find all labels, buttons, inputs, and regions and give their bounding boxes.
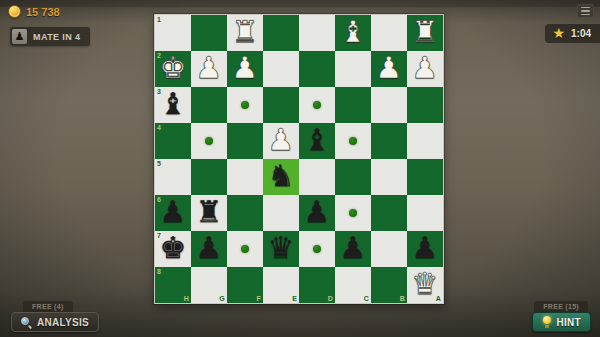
white-queen: ♛ (412, 266, 439, 302)
file-label-b: B (400, 295, 405, 302)
square-f2[interactable]: ♟ (227, 51, 263, 87)
square-e3[interactable] (263, 87, 299, 123)
square-b7[interactable] (371, 231, 407, 267)
square-f7[interactable] (227, 231, 263, 267)
rank-label-3: 3 (157, 88, 161, 95)
analysis-button[interactable]: ANALYSIS (11, 312, 99, 332)
square-a3[interactable] (407, 87, 443, 123)
coin-icon (8, 5, 21, 18)
square-g1[interactable] (191, 15, 227, 51)
rank-label-2: 2 (157, 52, 161, 59)
legal-move-dot (349, 137, 357, 145)
square-d8[interactable]: D (299, 267, 335, 303)
file-label-c: C (364, 295, 369, 302)
square-a5[interactable] (407, 159, 443, 195)
star-icon: ★ (552, 26, 565, 41)
square-h8[interactable]: 8H (155, 267, 191, 303)
square-c2[interactable] (335, 51, 371, 87)
white-pawn: ♟ (196, 50, 223, 86)
square-d7[interactable] (299, 231, 335, 267)
legal-move-dot (241, 101, 249, 109)
black-queen: ♛ (268, 230, 295, 266)
magnifier-icon (21, 317, 32, 328)
legal-move-dot (349, 209, 357, 217)
file-label-e: E (292, 295, 297, 302)
black-bishop: ♝ (160, 86, 187, 122)
black-knight: ♞ (268, 158, 295, 194)
legal-move-dot (205, 137, 213, 145)
square-e5[interactable]: ♞ (263, 159, 299, 195)
square-h5[interactable]: 5 (155, 159, 191, 195)
white-king: ♚ (160, 50, 187, 86)
white-pawn: ♟ (232, 50, 259, 86)
square-a6[interactable] (407, 195, 443, 231)
square-d3[interactable] (299, 87, 335, 123)
square-e1[interactable] (263, 15, 299, 51)
white-pawn: ♟ (268, 122, 295, 158)
legal-move-dot (241, 245, 249, 253)
square-h6[interactable]: 6♟ (155, 195, 191, 231)
square-b2[interactable]: ♟ (371, 51, 407, 87)
square-d2[interactable] (299, 51, 335, 87)
file-label-h: H (184, 295, 189, 302)
square-d6[interactable]: ♟ (299, 195, 335, 231)
square-f8[interactable]: F (227, 267, 263, 303)
square-b4[interactable] (371, 123, 407, 159)
file-label-g: G (219, 295, 225, 302)
square-d1[interactable] (299, 15, 335, 51)
rank-label-1: 1 (157, 16, 161, 23)
square-a8[interactable]: A♛ (407, 267, 443, 303)
square-e4[interactable]: ♟ (263, 123, 299, 159)
square-h2[interactable]: 2♚ (155, 51, 191, 87)
hamburger-menu-icon[interactable] (577, 4, 594, 18)
square-f1[interactable]: ♜ (227, 15, 263, 51)
square-c4[interactable] (335, 123, 371, 159)
black-pawn: ♟ (160, 194, 187, 230)
square-c6[interactable] (335, 195, 371, 231)
objective-label: MATE IN 4 (33, 32, 80, 42)
rank-label-4: 4 (157, 124, 161, 131)
objective-badge: ♟ MATE IN 4 (10, 27, 90, 46)
square-h1[interactable]: 1 (155, 15, 191, 51)
file-label-d: D (328, 295, 333, 302)
square-g7[interactable]: ♟ (191, 231, 227, 267)
square-e8[interactable]: E (263, 267, 299, 303)
black-pawn: ♟ (304, 194, 331, 230)
hint-button[interactable]: HINT (532, 312, 591, 332)
square-g5[interactable] (191, 159, 227, 195)
square-g4[interactable] (191, 123, 227, 159)
lightbulb-icon (542, 316, 551, 328)
square-g3[interactable] (191, 87, 227, 123)
timer-badge: ★ 1:04 (545, 24, 600, 43)
square-a1[interactable]: ♜ (407, 15, 443, 51)
white-rook: ♜ (412, 14, 439, 50)
square-g2[interactable]: ♟ (191, 51, 227, 87)
square-h4[interactable]: 4 (155, 123, 191, 159)
square-f3[interactable] (227, 87, 263, 123)
black-king: ♚ (160, 230, 187, 266)
square-b1[interactable] (371, 15, 407, 51)
square-h3[interactable]: 3♝ (155, 87, 191, 123)
legal-move-dot (313, 101, 321, 109)
black-bishop: ♝ (304, 122, 331, 158)
square-b5[interactable] (371, 159, 407, 195)
square-c1[interactable]: ♝ (335, 15, 371, 51)
square-d4[interactable]: ♝ (299, 123, 335, 159)
coin-balance: 15 738 (26, 6, 60, 18)
square-f6[interactable] (227, 195, 263, 231)
square-b6[interactable] (371, 195, 407, 231)
square-c8[interactable]: C (335, 267, 371, 303)
square-e7[interactable]: ♛ (263, 231, 299, 267)
square-c7[interactable]: ♟ (335, 231, 371, 267)
rank-label-7: 7 (157, 232, 161, 239)
square-f5[interactable] (227, 159, 263, 195)
white-pawn: ♟ (412, 50, 439, 86)
top-strip (0, 0, 600, 8)
square-e2[interactable] (263, 51, 299, 87)
black-pawn: ♟ (340, 230, 367, 266)
rank-label-6: 6 (157, 196, 161, 203)
square-g6[interactable]: ♜ (191, 195, 227, 231)
square-c5[interactable] (335, 159, 371, 195)
file-label-a: A (436, 295, 441, 302)
timer-value: 1:04 (571, 28, 591, 39)
square-a7[interactable]: ♟ (407, 231, 443, 267)
black-rook: ♜ (196, 194, 223, 230)
white-rook: ♜ (232, 14, 259, 50)
coin-counter: 15 738 (8, 5, 60, 18)
black-pawn: ♟ (412, 230, 439, 266)
square-a2[interactable]: ♟ (407, 51, 443, 87)
file-label-f: F (257, 295, 261, 302)
square-b8[interactable]: B (371, 267, 407, 303)
square-c3[interactable] (335, 87, 371, 123)
analysis-button-label: ANALYSIS (37, 317, 89, 328)
pawn-icon: ♟ (12, 29, 27, 44)
square-d5[interactable] (299, 159, 335, 195)
rank-label-5: 5 (157, 160, 161, 167)
square-a4[interactable] (407, 123, 443, 159)
square-g8[interactable]: G (191, 267, 227, 303)
square-e6[interactable] (263, 195, 299, 231)
square-f4[interactable] (227, 123, 263, 159)
square-b3[interactable] (371, 87, 407, 123)
legal-move-dot (313, 245, 321, 253)
rank-label-8: 8 (157, 268, 161, 275)
black-pawn: ♟ (196, 230, 223, 266)
square-h7[interactable]: 7♚ (155, 231, 191, 267)
white-bishop: ♝ (340, 14, 367, 50)
hint-button-label: HINT (556, 317, 581, 328)
white-pawn: ♟ (376, 50, 403, 86)
chess-board[interactable]: 1♜♝♜2♚♟♟♟♟3♝4♟♝5♞6♟♜♟7♚♟♛♟♟8HGFEDCBA♛ (154, 14, 444, 304)
